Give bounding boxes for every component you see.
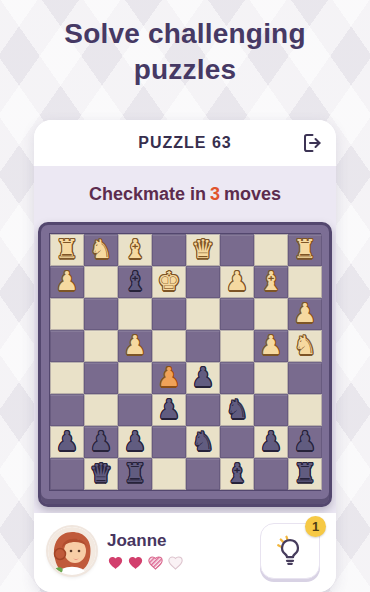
square-a4[interactable] — [50, 362, 84, 394]
puzzle-objective: Checkmate in 3 moves — [38, 166, 332, 222]
player-info: Joanne — [107, 531, 184, 571]
square-b3[interactable] — [84, 394, 118, 426]
player-bar: Joanne 1 — [34, 513, 336, 592]
square-h3[interactable] — [288, 394, 322, 426]
white-pawn-a7[interactable]: ♟ — [55, 266, 78, 296]
square-b1[interactable]: ♛ — [84, 458, 118, 490]
square-d8[interactable] — [152, 234, 186, 266]
puzzle-number-label: PUZZLE 63 — [138, 134, 231, 152]
square-e2[interactable]: ♞ — [186, 426, 220, 458]
square-a6[interactable] — [50, 298, 84, 330]
hint-count-badge: 1 — [305, 516, 326, 537]
white-pawn-d4[interactable]: ♟ — [157, 362, 180, 392]
white-pawn-c5[interactable]: ♟ — [123, 330, 146, 360]
white-pawn-f7[interactable]: ♟ — [225, 266, 248, 296]
exit-button[interactable] — [298, 131, 324, 157]
exit-icon — [299, 131, 323, 158]
square-f1[interactable]: ♝ — [220, 458, 254, 490]
square-b2[interactable]: ♟ — [84, 426, 118, 458]
square-b8[interactable]: ♞ — [84, 234, 118, 266]
avatar[interactable] — [48, 527, 96, 575]
square-g5[interactable]: ♟ — [254, 330, 288, 362]
square-a8[interactable]: ♜ — [50, 234, 84, 266]
square-a7[interactable]: ♟ — [50, 266, 84, 298]
page-title-line2: puzzles — [0, 52, 370, 88]
square-f5[interactable] — [220, 330, 254, 362]
square-g1[interactable] — [254, 458, 288, 490]
square-b4[interactable] — [84, 362, 118, 394]
square-f7[interactable]: ♟ — [220, 266, 254, 298]
life-heart-full — [107, 555, 124, 571]
square-d4[interactable]: ♟ — [152, 362, 186, 394]
puzzle-card-header: PUZZLE 63 — [34, 120, 336, 166]
hint-button[interactable]: 1 — [260, 523, 320, 579]
square-d5[interactable] — [152, 330, 186, 362]
lives-hearts — [107, 555, 184, 571]
square-h1[interactable]: ♜ — [288, 458, 322, 490]
square-d1[interactable] — [152, 458, 186, 490]
square-c4[interactable] — [118, 362, 152, 394]
square-c1[interactable]: ♜ — [118, 458, 152, 490]
black-pawn-a2[interactable]: ♟ — [55, 426, 78, 456]
white-knight-b8[interactable]: ♞ — [89, 234, 112, 264]
white-king-d7[interactable]: ♚ — [157, 266, 180, 296]
black-pawn-b2[interactable]: ♟ — [89, 426, 112, 456]
square-f4[interactable] — [220, 362, 254, 394]
square-h2[interactable]: ♟ — [288, 426, 322, 458]
black-queen-b1[interactable]: ♛ — [89, 458, 112, 488]
life-heart-full — [127, 555, 144, 571]
square-d2[interactable] — [152, 426, 186, 458]
black-bishop-f1[interactable]: ♝ — [225, 458, 248, 488]
life-heart-striped — [147, 555, 164, 571]
objective-move-count: 3 — [206, 184, 224, 205]
black-pawn-c2[interactable]: ♟ — [123, 426, 146, 456]
square-c7[interactable]: ♝ — [118, 266, 152, 298]
square-e5[interactable] — [186, 330, 220, 362]
square-f3[interactable]: ♞ — [220, 394, 254, 426]
square-h6[interactable]: ♟ — [288, 298, 322, 330]
board-section: Checkmate in 3 moves ♜♞♝♛♜♟♝♚♟♝♟♟♟♞♟♟♟♞♟… — [34, 166, 336, 513]
square-c6[interactable] — [118, 298, 152, 330]
black-pawn-h2[interactable]: ♟ — [293, 426, 316, 456]
square-g8[interactable] — [254, 234, 288, 266]
square-h7[interactable] — [288, 266, 322, 298]
square-e1[interactable] — [186, 458, 220, 490]
square-b7[interactable] — [84, 266, 118, 298]
square-b6[interactable] — [84, 298, 118, 330]
square-b5[interactable] — [84, 330, 118, 362]
white-pawn-g5[interactable]: ♟ — [259, 330, 282, 360]
life-heart-empty — [167, 555, 184, 571]
black-rook-h1[interactable]: ♜ — [293, 458, 316, 488]
square-h5[interactable]: ♞ — [288, 330, 322, 362]
black-pawn-e4[interactable]: ♟ — [191, 362, 214, 392]
square-a1[interactable] — [50, 458, 84, 490]
square-e3[interactable] — [186, 394, 220, 426]
objective-suffix: moves — [224, 184, 281, 205]
square-d3[interactable]: ♟ — [152, 394, 186, 426]
square-d6[interactable] — [152, 298, 186, 330]
square-f6[interactable] — [220, 298, 254, 330]
square-g6[interactable] — [254, 298, 288, 330]
white-rook-a8[interactable]: ♜ — [55, 234, 78, 264]
objective-prefix: Checkmate in — [89, 184, 206, 205]
square-c3[interactable] — [118, 394, 152, 426]
square-a2[interactable]: ♟ — [50, 426, 84, 458]
square-a5[interactable] — [50, 330, 84, 362]
square-c2[interactable]: ♟ — [118, 426, 152, 458]
chess-board-frame: ♜♞♝♛♜♟♝♚♟♝♟♟♟♞♟♟♟♞♟♟♟♞♟♟♛♜♝♜ — [38, 222, 332, 507]
square-h4[interactable] — [288, 362, 322, 394]
square-g2[interactable]: ♟ — [254, 426, 288, 458]
square-a3[interactable] — [50, 394, 84, 426]
white-knight-h5[interactable]: ♞ — [293, 330, 316, 360]
white-rook-h8[interactable]: ♜ — [293, 234, 316, 264]
square-h8[interactable]: ♜ — [288, 234, 322, 266]
black-rook-c1[interactable]: ♜ — [123, 458, 146, 488]
lightbulb-icon — [275, 535, 305, 568]
page-title: Solve challenging puzzles — [0, 0, 370, 88]
white-queen-e8[interactable]: ♛ — [191, 234, 214, 264]
square-e7[interactable] — [186, 266, 220, 298]
black-knight-f3[interactable]: ♞ — [225, 394, 248, 424]
square-e4[interactable]: ♟ — [186, 362, 220, 394]
black-pawn-d3[interactable]: ♟ — [157, 394, 180, 424]
square-f8[interactable] — [220, 234, 254, 266]
puzzle-card: PUZZLE 63 Checkmate in 3 moves ♜♞♝♛♜♟♝♚♟… — [34, 120, 336, 592]
black-pawn-g2[interactable]: ♟ — [259, 426, 282, 456]
white-bishop-c8[interactable]: ♝ — [123, 234, 146, 264]
chess-board: ♜♞♝♛♜♟♝♚♟♝♟♟♟♞♟♟♟♞♟♟♟♞♟♟♛♜♝♜ — [49, 233, 321, 491]
square-f2[interactable] — [220, 426, 254, 458]
square-e8[interactable]: ♛ — [186, 234, 220, 266]
white-pawn-h6[interactable]: ♟ — [293, 298, 316, 328]
black-bishop-c7[interactable]: ♝ — [123, 266, 146, 296]
black-knight-e2[interactable]: ♞ — [191, 426, 214, 456]
white-bishop-g7[interactable]: ♝ — [259, 266, 282, 296]
player-name: Joanne — [107, 531, 184, 551]
page-title-line1: Solve challenging — [0, 16, 370, 52]
square-c8[interactable]: ♝ — [118, 234, 152, 266]
square-e6[interactable] — [186, 298, 220, 330]
square-g3[interactable] — [254, 394, 288, 426]
square-g4[interactable] — [254, 362, 288, 394]
square-g7[interactable]: ♝ — [254, 266, 288, 298]
square-d7[interactable]: ♚ — [152, 266, 186, 298]
square-c5[interactable]: ♟ — [118, 330, 152, 362]
